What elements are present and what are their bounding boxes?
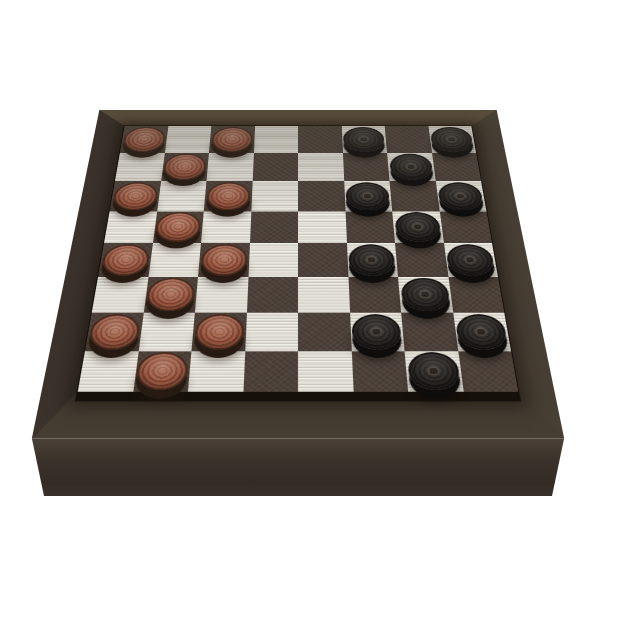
checker-red[interactable]: ⛀	[162, 154, 207, 180]
checker-red[interactable]: ⛀	[194, 314, 245, 350]
checker-black[interactable]: ⛂	[437, 182, 484, 210]
product-photo-scene: ⛀⛀⛂⛂⛀⛂⛀⛀⛂⛂⛀⛂⛀⛀⛂⛂⛀⛂⛀⛀⛂⛂⛀⛂	[0, 0, 620, 620]
checker-glyph: ⛀	[117, 183, 126, 189]
checker-black[interactable]: ⛂	[445, 244, 496, 275]
checker-glyph: ⛂	[396, 214, 405, 220]
checker-glyph: ⛂	[350, 246, 359, 253]
checker-red[interactable]: ⛀	[211, 127, 253, 152]
checker-glyph: ⛂	[432, 128, 440, 133]
checker-black[interactable]: ⛂	[430, 127, 475, 152]
checker-glyph: ⛀	[94, 316, 104, 324]
checker-glyph: ⛂	[409, 354, 419, 362]
checker-glyph: ⛀	[204, 246, 213, 253]
checker-glyph: ⛀	[167, 155, 175, 161]
checker-black[interactable]: ⛂	[389, 154, 434, 180]
checker-black[interactable]: ⛂	[345, 182, 390, 210]
checker-glyph: ⛀	[141, 354, 151, 362]
checker-red[interactable]: ⛀	[154, 212, 202, 242]
checker-red[interactable]: ⛀	[135, 352, 189, 390]
checker-glyph: ⛂	[439, 183, 448, 189]
checkers-board: ⛀⛀⛂⛂⛀⛂⛀⛀⛂⛂⛀⛂⛀⛀⛂⛂⛀⛂⛀⛀⛂⛂⛀⛂	[76, 126, 520, 401]
checker-black[interactable]: ⛂	[455, 314, 509, 350]
checker-glyph: ⛂	[347, 183, 355, 189]
checker-glyph: ⛀	[151, 279, 161, 286]
checker-glyph: ⛂	[354, 316, 363, 324]
checker-glyph: ⛀	[159, 214, 168, 220]
checker-black[interactable]: ⛂	[348, 244, 396, 275]
checker-red[interactable]: ⛀	[122, 127, 167, 152]
checker-red[interactable]: ⛀	[100, 244, 151, 275]
checker-glyph: ⛂	[448, 246, 457, 253]
checker-glyph: ⛀	[214, 128, 222, 133]
checker-red[interactable]: ⛀	[112, 182, 159, 210]
checker-black[interactable]: ⛂	[394, 212, 442, 242]
checker-red[interactable]: ⛀	[206, 182, 251, 210]
checker-glyph: ⛂	[457, 316, 467, 324]
box-front-face	[0, 439, 620, 496]
pieces-layer: ⛀⛀⛂⛂⛀⛂⛀⛀⛂⛂⛀⛂⛀⛀⛂⛂⛀⛂⛀⛀⛂⛂⛀⛂	[78, 126, 519, 392]
checker-red[interactable]: ⛀	[87, 314, 141, 350]
checker-glyph: ⛀	[127, 128, 135, 133]
checker-glyph: ⛀	[198, 316, 208, 324]
checker-glyph: ⛀	[106, 246, 116, 253]
checker-black[interactable]: ⛂	[351, 314, 402, 350]
checker-black[interactable]: ⛂	[343, 127, 385, 152]
checker-glyph: ⛂	[402, 279, 411, 286]
checker-red[interactable]: ⛀	[200, 244, 248, 275]
checker-glyph: ⛂	[345, 128, 353, 133]
checker-black[interactable]: ⛂	[400, 278, 451, 311]
checkers-box-frame: ⛀⛀⛂⛂⛀⛂⛀⛀⛂⛂⛀⛂⛀⛀⛂⛂⛀⛂⛀⛀⛂⛂⛀⛂	[32, 110, 564, 439]
checker-glyph: ⛂	[391, 155, 399, 161]
checker-black[interactable]: ⛂	[407, 352, 461, 390]
checker-red[interactable]: ⛀	[145, 278, 196, 311]
checker-glyph: ⛀	[209, 183, 217, 189]
